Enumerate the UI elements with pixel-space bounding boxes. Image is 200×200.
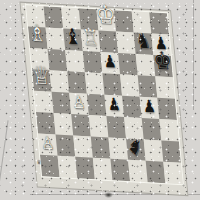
square[interactable]: [89, 115, 109, 137]
black-pawn[interactable]: ♟: [103, 53, 117, 71]
white-king[interactable]: ♔: [95, 2, 116, 29]
square[interactable]: [155, 76, 175, 98]
black-pawn[interactable]: ♟: [107, 96, 121, 114]
square[interactable]: [58, 156, 78, 178]
photo-stage: ♔♗♝♖♞♟♟♚♕♙♟♟♙♞ ♛ ····: [0, 0, 200, 200]
maker-stamp-caption: ····: [34, 165, 45, 169]
square[interactable]: [54, 113, 74, 135]
black-king[interactable]: ♚: [152, 48, 172, 74]
square[interactable]: [56, 134, 76, 156]
square[interactable]: [159, 119, 179, 141]
square[interactable]: [110, 159, 130, 181]
square[interactable]: [122, 96, 142, 118]
photo-artifact: [104, 192, 113, 198]
black-pawn[interactable]: ♟: [142, 98, 156, 116]
square[interactable]: [106, 116, 126, 138]
square[interactable]: [50, 70, 70, 92]
square[interactable]: [67, 71, 87, 93]
square[interactable]: [157, 98, 177, 120]
square[interactable]: [71, 114, 91, 136]
square[interactable]: [83, 51, 103, 73]
square[interactable]: [98, 31, 118, 53]
square[interactable]: [52, 92, 72, 114]
black-bishop[interactable]: ♝: [64, 25, 82, 47]
square[interactable]: [146, 161, 166, 183]
white-pawn[interactable]: ♙: [41, 135, 55, 153]
square[interactable]: [93, 158, 113, 180]
square[interactable]: [44, 6, 64, 28]
square[interactable]: [142, 118, 162, 140]
square[interactable]: [163, 162, 183, 184]
white-pawn[interactable]: ♙: [72, 94, 86, 112]
table-edge-right: [193, 0, 194, 110]
black-knight[interactable]: ♞: [135, 30, 152, 51]
square[interactable]: [161, 140, 181, 162]
square[interactable]: [46, 28, 66, 50]
square[interactable]: [116, 32, 136, 54]
square[interactable]: [48, 49, 68, 71]
square[interactable]: [149, 12, 169, 34]
square[interactable]: [118, 53, 138, 75]
maker-stamp: ♛ ····: [33, 159, 44, 169]
square[interactable]: [91, 136, 111, 158]
white-rook[interactable]: ♖: [81, 26, 99, 48]
square[interactable]: [120, 74, 140, 96]
square[interactable]: [75, 157, 95, 179]
square[interactable]: [34, 91, 54, 113]
square[interactable]: [87, 94, 107, 116]
white-queen[interactable]: ♕: [31, 63, 51, 89]
square[interactable]: [102, 73, 122, 95]
square[interactable]: [73, 135, 93, 157]
square[interactable]: [85, 72, 105, 94]
square[interactable]: [128, 160, 148, 182]
table-edge-left: [0, 120, 9, 199]
square[interactable]: [36, 112, 56, 134]
chessboard: ♔♗♝♖♞♟♟♚♕♙♟♟♙♞ ♛ ····: [20, 2, 189, 197]
chessboard-grid: ♔♗♝♖♞♟♟♚♕♙♟♟♙♞: [26, 5, 183, 184]
square[interactable]: [138, 75, 158, 97]
white-bishop[interactable]: ♗: [28, 22, 47, 45]
square[interactable]: [65, 50, 85, 72]
